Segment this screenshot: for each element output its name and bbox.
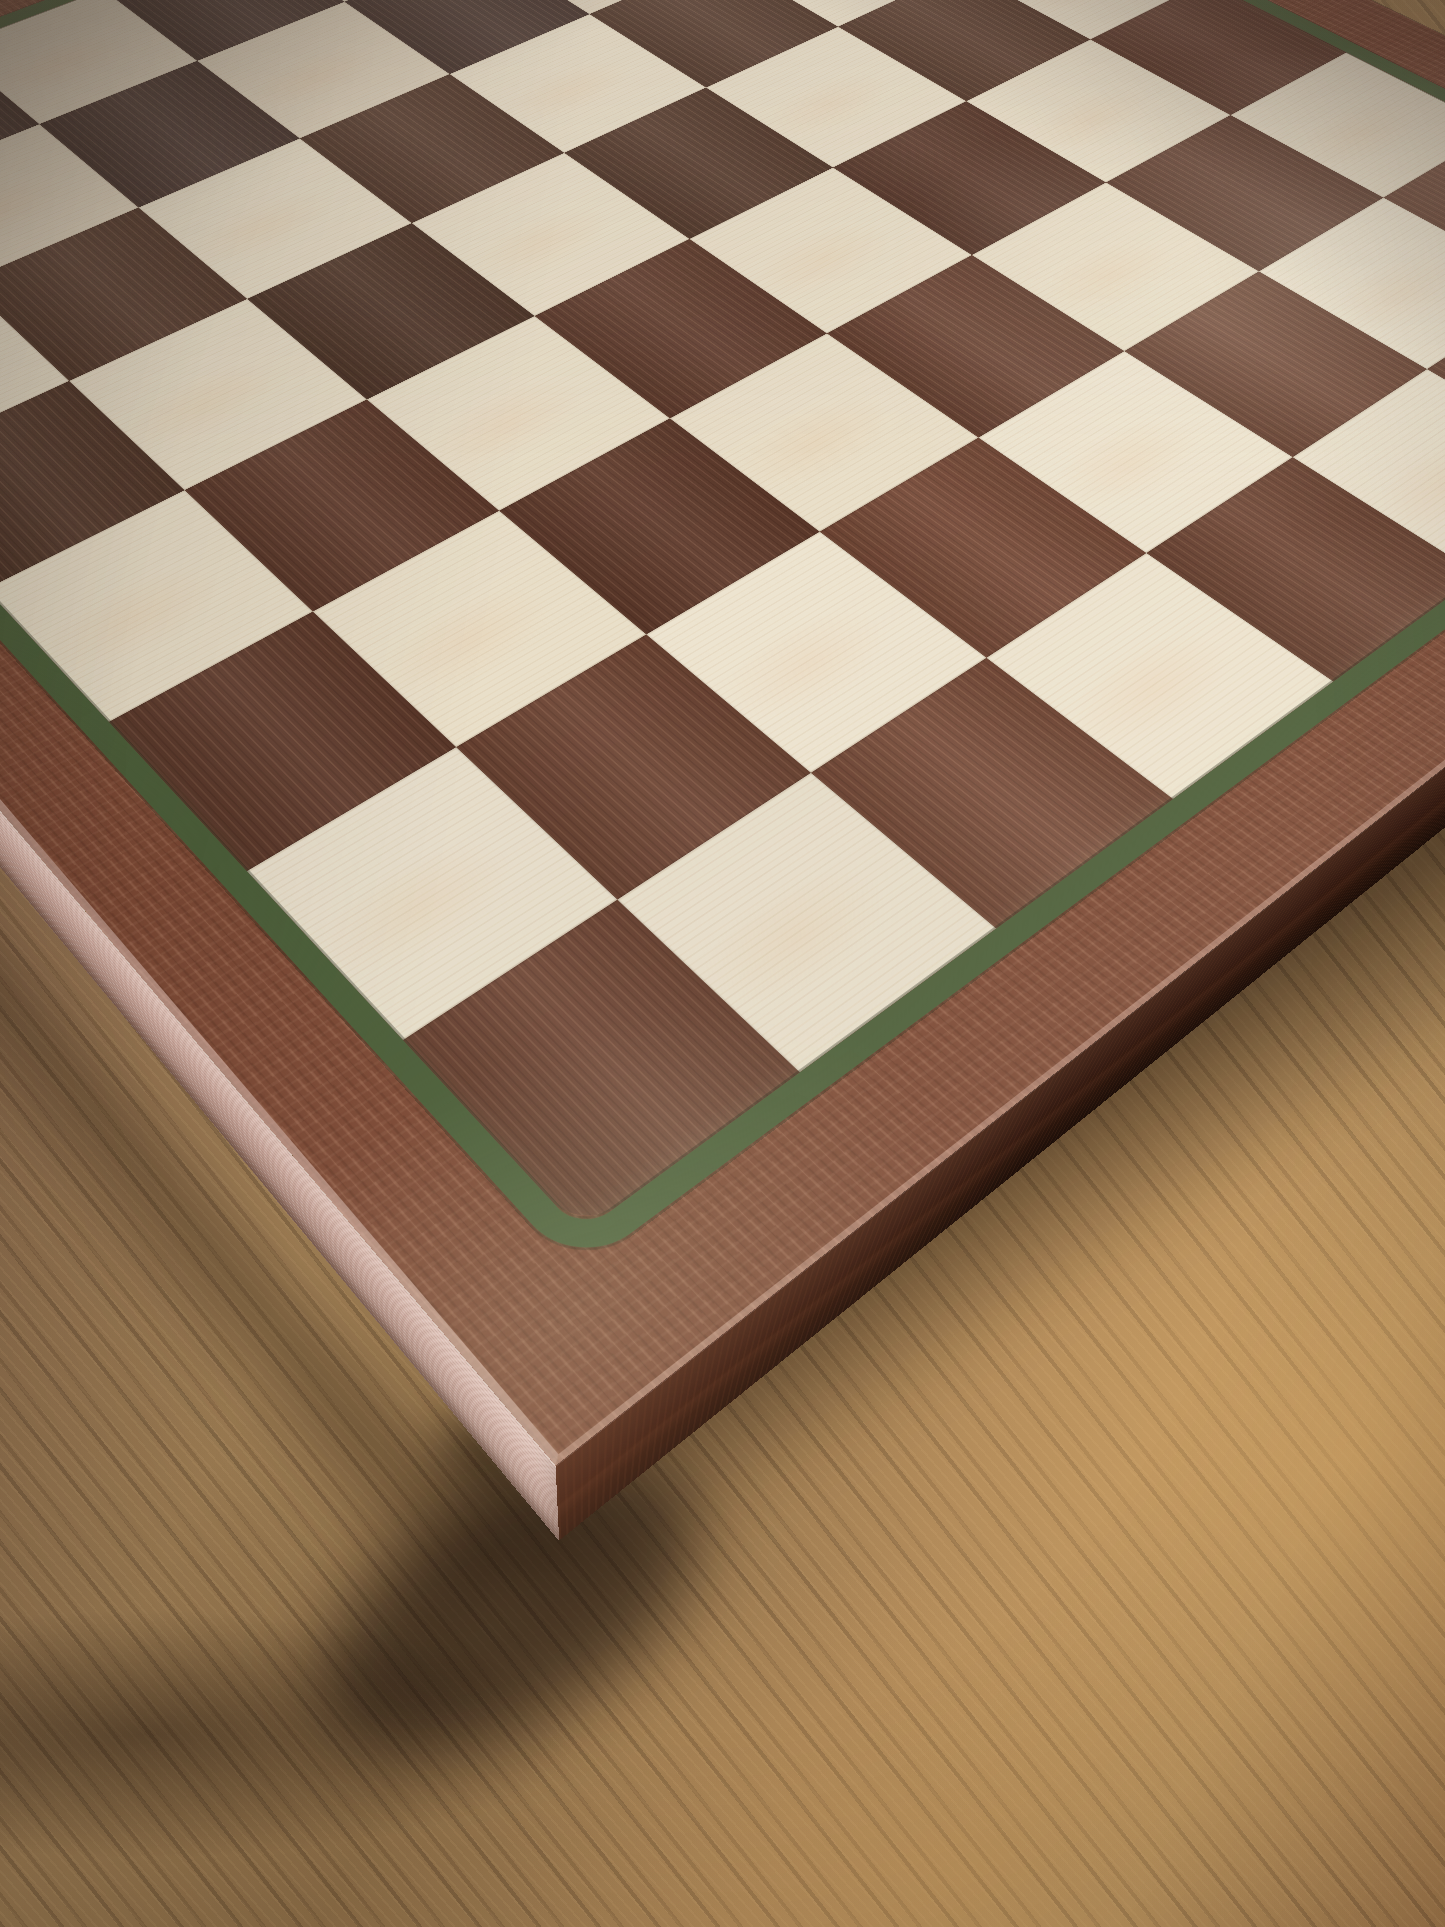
chessboard-photo (0, 0, 1445, 1927)
